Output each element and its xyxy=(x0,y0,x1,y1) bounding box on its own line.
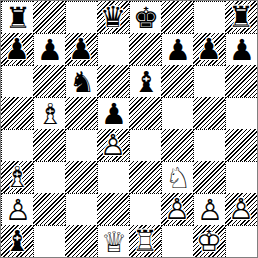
black-pawn: ♟♟ xyxy=(65,33,97,65)
square-d4[interactable]: ♟♙ xyxy=(97,129,129,161)
square-a4[interactable] xyxy=(1,129,33,161)
white-knight: ♞♘ xyxy=(162,162,193,193)
square-g7[interactable]: ♟♟ xyxy=(193,33,225,65)
square-h3[interactable] xyxy=(225,161,257,193)
square-a2[interactable]: ♟♙ xyxy=(1,193,33,225)
piece-glyph: ♟ xyxy=(226,34,257,65)
piece-glyph: ♔ xyxy=(193,225,225,257)
white-queen: ♛♕ xyxy=(98,226,129,257)
square-b7[interactable]: ♟♟ xyxy=(33,33,65,65)
black-pawn: ♟♟ xyxy=(193,33,225,65)
piece-glyph: ♜ xyxy=(225,1,257,33)
piece-glyph: ♟ xyxy=(162,34,193,65)
square-h2[interactable]: ♟♙ xyxy=(225,193,257,225)
piece-glyph: ♙ xyxy=(225,193,257,225)
piece-glyph: ♜ xyxy=(2,2,33,33)
square-f5[interactable] xyxy=(161,97,193,129)
square-h8[interactable]: ♜♜ xyxy=(225,1,257,33)
piece-glyph: ♗ xyxy=(34,98,65,129)
square-a8[interactable]: ♜♜ xyxy=(1,1,33,33)
piece-glyph: ♟ xyxy=(1,33,33,65)
piece-glyph: ♟ xyxy=(193,33,225,65)
square-e6[interactable]: ♝♝ xyxy=(129,65,161,97)
black-pawn: ♟♟ xyxy=(34,34,65,65)
square-g6[interactable] xyxy=(193,65,225,97)
piece-glyph: ♕ xyxy=(98,226,129,257)
square-g2[interactable]: ♟♙ xyxy=(193,193,225,225)
square-h1[interactable] xyxy=(225,225,257,257)
square-e5[interactable] xyxy=(129,97,161,129)
chess-board-frame: ♜♜♛♛♚♚♜♜♟♟♟♟♟♟♟♟♟♟♟♟♞♞♝♝♝♗♟♟♟♙♝♗♞♘♟♙♟♙♟♙… xyxy=(0,0,258,258)
piece-glyph: ♛ xyxy=(97,1,129,33)
square-c3[interactable] xyxy=(65,161,97,193)
black-knight: ♞♞ xyxy=(66,66,97,97)
square-d6[interactable] xyxy=(97,65,129,97)
square-d8[interactable]: ♛♛ xyxy=(97,1,129,33)
square-a5[interactable] xyxy=(1,97,33,129)
square-b2[interactable] xyxy=(33,193,65,225)
piece-glyph: ♝ xyxy=(130,66,161,97)
square-f3[interactable]: ♞♘ xyxy=(161,161,193,193)
piece-glyph: ♟ xyxy=(98,98,129,129)
white-pawn: ♟♙ xyxy=(2,194,33,225)
white-pawn: ♟♙ xyxy=(225,193,257,225)
square-d2[interactable] xyxy=(97,193,129,225)
square-e8[interactable]: ♚♚ xyxy=(129,1,161,33)
square-b5[interactable]: ♝♗ xyxy=(33,97,65,129)
piece-glyph: ♚ xyxy=(130,2,161,33)
square-f2[interactable]: ♟♙ xyxy=(161,193,193,225)
square-c1[interactable] xyxy=(65,225,97,257)
black-rook: ♜♜ xyxy=(2,2,33,33)
square-c6[interactable]: ♞♞ xyxy=(65,65,97,97)
square-e4[interactable] xyxy=(129,129,161,161)
square-b8[interactable] xyxy=(33,1,65,33)
square-g5[interactable] xyxy=(193,97,225,129)
white-king: ♚♔ xyxy=(193,225,225,257)
square-h5[interactable] xyxy=(225,97,257,129)
black-pawn: ♟♟ xyxy=(98,98,129,129)
square-g3[interactable] xyxy=(193,161,225,193)
white-bishop: ♝♗ xyxy=(1,161,33,193)
square-b6[interactable] xyxy=(33,65,65,97)
square-g8[interactable] xyxy=(193,1,225,33)
square-c4[interactable] xyxy=(65,129,97,161)
square-c8[interactable] xyxy=(65,1,97,33)
square-d7[interactable] xyxy=(97,33,129,65)
square-f6[interactable] xyxy=(161,65,193,97)
piece-glyph: ♖ xyxy=(129,225,161,257)
square-g1[interactable]: ♚♔ xyxy=(193,225,225,257)
white-pawn: ♟♙ xyxy=(194,194,225,225)
black-pawn: ♟♟ xyxy=(1,33,33,65)
square-c5[interactable] xyxy=(65,97,97,129)
piece-glyph: ♙ xyxy=(161,193,193,225)
white-pawn: ♟♙ xyxy=(161,193,193,225)
square-f4[interactable] xyxy=(161,129,193,161)
square-h7[interactable]: ♟♟ xyxy=(225,33,257,65)
black-pawn: ♟♟ xyxy=(162,34,193,65)
piece-glyph: ♙ xyxy=(97,129,129,161)
square-f7[interactable]: ♟♟ xyxy=(161,33,193,65)
square-e3[interactable] xyxy=(129,161,161,193)
square-f8[interactable] xyxy=(161,1,193,33)
piece-glyph: ♟ xyxy=(65,33,97,65)
piece-glyph: ♘ xyxy=(162,162,193,193)
square-g4[interactable] xyxy=(193,129,225,161)
square-a3[interactable]: ♝♗ xyxy=(1,161,33,193)
square-h4[interactable] xyxy=(225,129,257,161)
square-d5[interactable]: ♟♟ xyxy=(97,97,129,129)
black-rook: ♜♜ xyxy=(225,1,257,33)
square-a6[interactable] xyxy=(1,65,33,97)
chess-board: ♜♜♛♛♚♚♜♜♟♟♟♟♟♟♟♟♟♟♟♟♞♞♝♝♝♗♟♟♟♙♝♗♞♘♟♙♟♙♟♙… xyxy=(1,1,257,257)
white-pawn: ♟♙ xyxy=(97,129,129,161)
square-d1[interactable]: ♛♕ xyxy=(97,225,129,257)
black-queen: ♛♛ xyxy=(97,1,129,33)
piece-glyph: ♟ xyxy=(34,34,65,65)
white-rook: ♜♖ xyxy=(129,225,161,257)
square-b1[interactable] xyxy=(33,225,65,257)
white-bishop: ♝♗ xyxy=(34,98,65,129)
square-a7[interactable]: ♟♟ xyxy=(1,33,33,65)
black-bishop: ♝♝ xyxy=(1,225,33,257)
square-b4[interactable] xyxy=(33,129,65,161)
square-c7[interactable]: ♟♟ xyxy=(65,33,97,65)
square-e7[interactable] xyxy=(129,33,161,65)
piece-glyph: ♝ xyxy=(1,225,33,257)
black-king: ♚♚ xyxy=(130,2,161,33)
piece-glyph: ♗ xyxy=(1,161,33,193)
square-e2[interactable] xyxy=(129,193,161,225)
piece-glyph: ♞ xyxy=(66,66,97,97)
square-h6[interactable] xyxy=(225,65,257,97)
black-bishop: ♝♝ xyxy=(130,66,161,97)
square-c2[interactable] xyxy=(65,193,97,225)
piece-glyph: ♙ xyxy=(2,194,33,225)
square-d3[interactable] xyxy=(97,161,129,193)
square-b3[interactable] xyxy=(33,161,65,193)
square-e1[interactable]: ♜♖ xyxy=(129,225,161,257)
piece-glyph: ♙ xyxy=(194,194,225,225)
square-a1[interactable]: ♝♝ xyxy=(1,225,33,257)
square-f1[interactable] xyxy=(161,225,193,257)
black-pawn: ♟♟ xyxy=(226,34,257,65)
